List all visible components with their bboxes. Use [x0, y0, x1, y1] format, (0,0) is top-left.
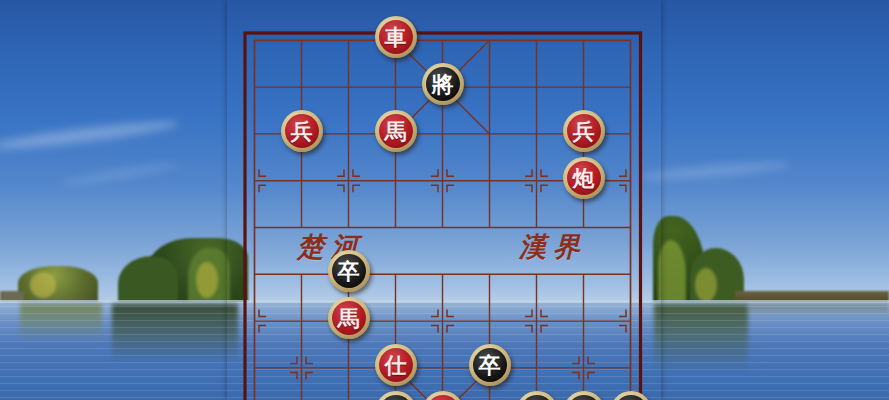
piece-black-unknown-partial[interactable]: [516, 391, 558, 400]
piece-glyph: 仕: [385, 354, 407, 376]
piece-black-general[interactable]: 將: [422, 63, 464, 105]
piece-red-horse[interactable]: 馬: [328, 297, 370, 339]
trees-left-autumn: [196, 262, 218, 298]
trees-left: [118, 256, 178, 304]
piece-glyph: 將: [432, 73, 454, 95]
piece-red-cannon[interactable]: 炮: [563, 157, 605, 199]
piece-glyph: 兵: [573, 120, 595, 142]
piece-black-unknown-partial[interactable]: [563, 391, 605, 400]
piece-glyph: 兵: [291, 120, 313, 142]
screenshot-stage: 楚河 漢界 車將兵馬兵炮卒馬仕卒: [0, 0, 889, 400]
piece-glyph: 馬: [385, 120, 407, 142]
piece-glyph: 卒: [479, 354, 501, 376]
red-disc: [426, 395, 460, 400]
piece-black-soldier[interactable]: 卒: [469, 344, 511, 386]
piece-black-unknown-partial[interactable]: [610, 391, 652, 400]
island-autumn: [30, 272, 56, 298]
piece-glyph: 炮: [573, 167, 595, 189]
piece-red-soldier[interactable]: 兵: [281, 110, 323, 152]
piece-glyph: 車: [385, 26, 407, 48]
piece-red-advisor[interactable]: 仕: [375, 344, 417, 386]
black-disc: [379, 395, 413, 400]
piece-red-chariot[interactable]: 車: [375, 16, 417, 58]
piece-glyph: 卒: [338, 260, 360, 282]
piece-red-horse[interactable]: 馬: [375, 110, 417, 152]
board-grid: 車將兵馬兵炮卒馬仕卒: [231, 17, 654, 400]
piece-glyph: 馬: [338, 307, 360, 329]
piece-black-soldier[interactable]: 卒: [328, 250, 370, 292]
piece-red-unknown-partial[interactable]: [422, 391, 464, 400]
trees-right-autumn: [695, 268, 717, 302]
piece-black-unknown-partial[interactable]: [375, 391, 417, 400]
black-disc: [520, 395, 554, 400]
black-disc: [567, 395, 601, 400]
black-disc: [614, 395, 648, 400]
piece-red-soldier[interactable]: 兵: [563, 110, 605, 152]
